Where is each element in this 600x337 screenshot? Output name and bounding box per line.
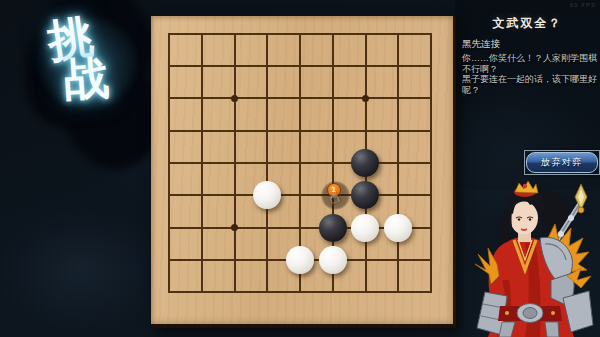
go-stone-white <box>286 246 314 274</box>
dialogue-text: 你……你笑什么！？人家刚学围棋 不行啊？ 黑子要连在一起的话，该下哪里好 呢？ <box>462 53 600 95</box>
character-portrait <box>455 180 600 337</box>
hint-marker[interactable]: 1☝ <box>316 179 349 211</box>
go-stone-white <box>382 211 415 243</box>
challenge-text-char2: 战 <box>62 55 110 103</box>
go-stone-black <box>319 214 347 242</box>
star-point <box>218 82 251 114</box>
go-stone-white <box>284 244 317 276</box>
dialogue-line: 不行啊？ <box>462 64 600 75</box>
star-point <box>349 82 382 114</box>
go-stone-white <box>349 211 382 243</box>
star-point-dot <box>362 95 369 102</box>
board-intersections[interactable]: 1☝ <box>153 18 448 309</box>
go-stone-black <box>349 179 382 211</box>
dialogue-line: 黑子要连在一起的话，该下哪里好 <box>462 74 600 85</box>
go-stone-white <box>384 214 412 242</box>
go-stone-black <box>349 147 382 179</box>
go-stone-white <box>316 244 349 276</box>
fps-counter: 60 FPS <box>570 2 596 8</box>
puzzle-title: 文武双全？ <box>455 15 600 32</box>
go-stone-white <box>253 181 281 209</box>
game-screen: 挑 战 1☝ 文武双全？ 黑先连接 你……你笑什么！？人家刚学围棋 不行啊？ 黑… <box>0 0 600 337</box>
star-point-dot <box>231 95 238 102</box>
go-stone-white <box>351 214 379 242</box>
hint-marker[interactable]: 1☝ <box>316 179 349 211</box>
go-stone-white <box>251 179 284 211</box>
dialogue-line: 呢？ <box>462 85 600 96</box>
star-point <box>218 211 251 243</box>
star-point-dot <box>231 224 238 231</box>
go-stone-black <box>316 211 349 243</box>
dialogue-line: 你……你笑什么！？人家刚学围棋 <box>462 53 600 64</box>
go-board[interactable]: 1☝ <box>151 16 456 328</box>
go-stone-black <box>351 149 379 177</box>
abandon-game-button[interactable]: 放弃对弈 <box>524 150 600 175</box>
abandon-game-button-label: 放弃对弈 <box>526 152 598 173</box>
go-stone-white <box>319 246 347 274</box>
puzzle-instruction: 黑先连接 <box>462 38 500 51</box>
go-stone-black <box>351 181 379 209</box>
